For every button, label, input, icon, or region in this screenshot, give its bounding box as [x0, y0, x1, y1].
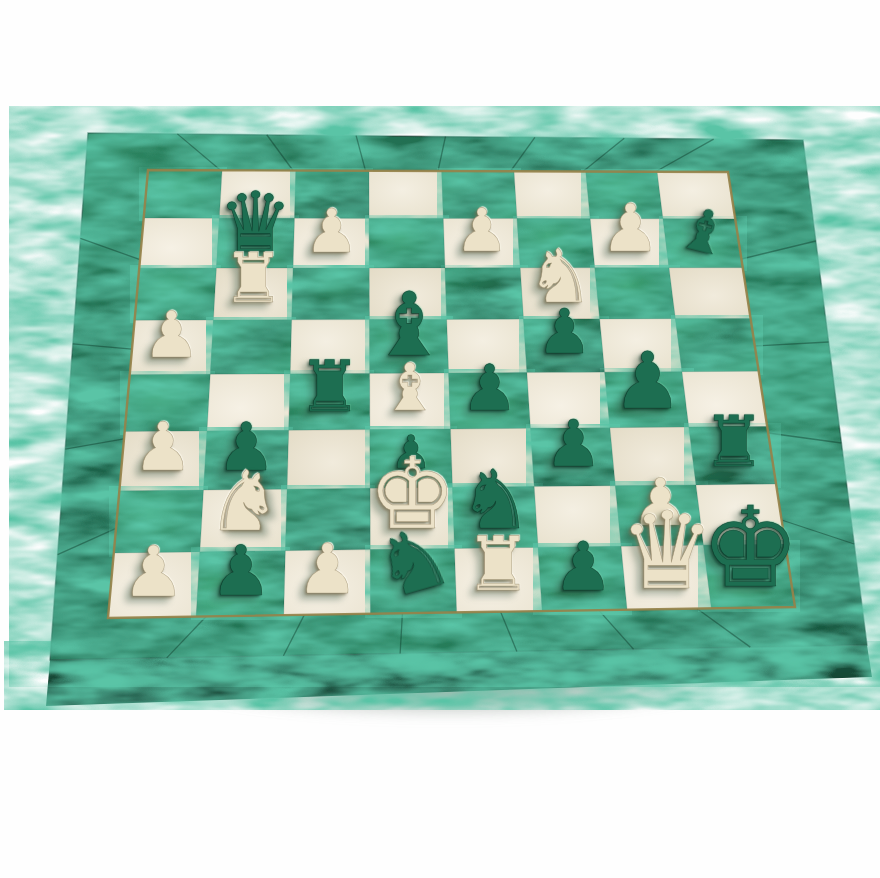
white-bishop[interactable]: ♝: [381, 356, 440, 421]
green-pawn[interactable]: ♟: [210, 536, 272, 606]
green-pawn[interactable]: ♟: [544, 412, 602, 477]
white-pawn[interactable]: ♟: [122, 537, 185, 607]
green-rook[interactable]: ♜: [702, 406, 765, 476]
green-pawn[interactable]: ♟: [553, 532, 613, 599]
green-king[interactable]: ♚: [701, 493, 801, 604]
white-pawn[interactable]: ♟: [601, 196, 660, 262]
white-rook[interactable]: ♜: [465, 528, 532, 603]
green-pawn[interactable]: ♟: [537, 303, 592, 365]
white-pawn[interactable]: ♟: [143, 302, 200, 366]
green-pawn[interactable]: ♟: [461, 356, 518, 420]
white-pawn[interactable]: ♟: [296, 535, 358, 604]
green-bishop[interactable]: ♝: [671, 197, 736, 266]
green-rook[interactable]: ♜: [298, 351, 362, 422]
white-pawn[interactable]: ♟: [304, 200, 358, 261]
pieces-layer: ♛♟♟♟♝♜♞♟♝♟♜♝♟♟♟♟♟♟♜♞♚♞♟♟♟♟♞♜♟♛♚: [0, 0, 880, 878]
board-photo: ♛♟♟♟♝♜♞♟♝♟♜♝♟♟♟♟♟♟♜♞♚♞♟♟♟♟♞♜♟♛♚: [0, 0, 880, 878]
green-pawn[interactable]: ♟: [612, 343, 682, 421]
white-pawn[interactable]: ♟: [455, 201, 509, 261]
white-rook[interactable]: ♜: [223, 245, 284, 313]
white-pawn[interactable]: ♟: [133, 414, 193, 481]
